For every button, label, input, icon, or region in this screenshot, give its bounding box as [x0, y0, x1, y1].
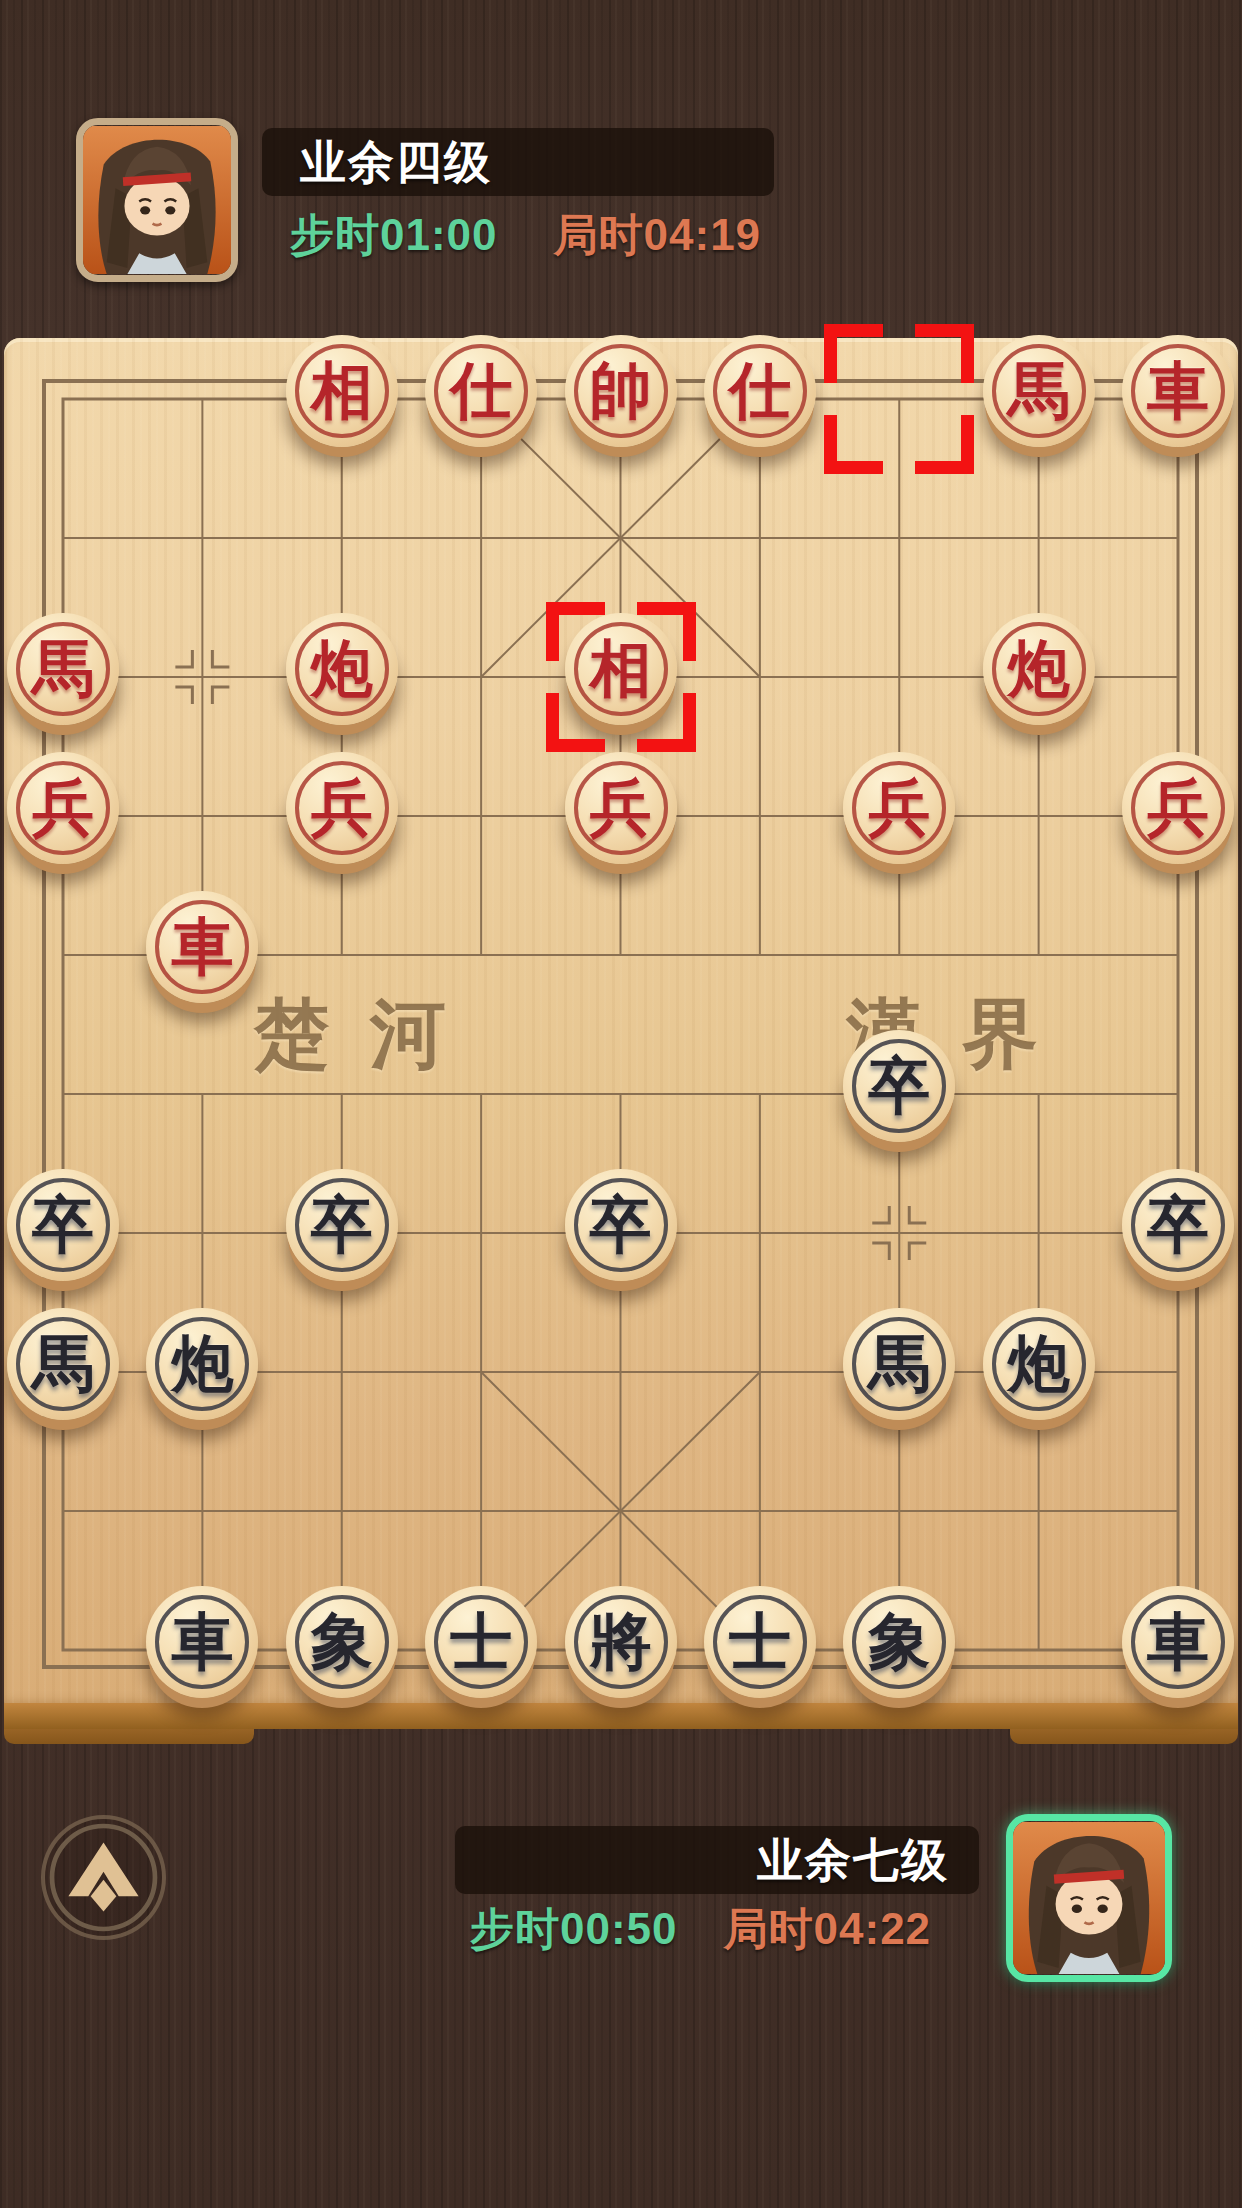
river-label-left: 楚河	[254, 984, 486, 1087]
piece-black-象[interactable]: 象	[843, 1586, 955, 1698]
opponent-move-time: 步时01:00	[290, 206, 498, 265]
piece-black-士[interactable]: 士	[425, 1586, 537, 1698]
piece-red-兵[interactable]: 兵	[565, 752, 677, 864]
piece-red-兵[interactable]: 兵	[1122, 752, 1234, 864]
piece-red-炮[interactable]: 炮	[286, 613, 398, 725]
piece-black-卒[interactable]: 卒	[1122, 1169, 1234, 1281]
avatar-girl-icon	[1013, 1821, 1165, 1975]
piece-red-車[interactable]: 車	[1122, 335, 1234, 447]
player-move-time: 步时00:50	[470, 1900, 678, 1959]
player-timers: 步时00:50 局时04:22	[470, 1900, 931, 1959]
piece-red-仕[interactable]: 仕	[425, 335, 537, 447]
opponent-timers: 步时01:00 局时04:19	[290, 206, 761, 265]
piece-black-車[interactable]: 車	[146, 1586, 258, 1698]
player-name: 业余七级	[455, 1826, 979, 1894]
opponent-avatar[interactable]	[76, 118, 238, 282]
piece-black-卒[interactable]: 卒	[7, 1169, 119, 1281]
piece-red-相[interactable]: 相	[286, 335, 398, 447]
piece-black-象[interactable]: 象	[286, 1586, 398, 1698]
piece-red-兵[interactable]: 兵	[843, 752, 955, 864]
piece-red-相[interactable]: 相	[565, 613, 677, 725]
piece-black-卒[interactable]: 卒	[565, 1169, 677, 1281]
piece-red-炮[interactable]: 炮	[983, 613, 1095, 725]
opponent-game-time: 局时04:19	[554, 206, 762, 265]
piece-black-炮[interactable]: 炮	[983, 1308, 1095, 1420]
piece-red-車[interactable]: 車	[146, 891, 258, 1003]
piece-black-馬[interactable]: 馬	[7, 1308, 119, 1420]
player-avatar[interactable]	[1006, 1814, 1172, 1982]
piece-red-馬[interactable]: 馬	[7, 613, 119, 725]
piece-black-卒[interactable]: 卒	[843, 1030, 955, 1142]
piece-black-卒[interactable]: 卒	[286, 1169, 398, 1281]
piece-red-仕[interactable]: 仕	[704, 335, 816, 447]
opponent-name: 业余四级	[262, 128, 774, 196]
piece-black-炮[interactable]: 炮	[146, 1308, 258, 1420]
menu-button[interactable]	[41, 1815, 166, 1940]
game-screen: 业余四级 步时01:00 局时04:19 楚河 漢界 相仕帥仕馬車馬炮相炮兵兵兵…	[0, 0, 1242, 2208]
piece-red-兵[interactable]: 兵	[7, 752, 119, 864]
piece-red-帥[interactable]: 帥	[565, 335, 677, 447]
piece-black-車[interactable]: 車	[1122, 1586, 1234, 1698]
player-game-time: 局时04:22	[724, 1900, 932, 1959]
board-base	[4, 1703, 1238, 1729]
piece-black-馬[interactable]: 馬	[843, 1308, 955, 1420]
avatar-girl-icon	[83, 125, 231, 275]
xiangqi-board[interactable]: 楚河 漢界 相仕帥仕馬車馬炮相炮兵兵兵兵兵車卒卒卒卒卒馬炮馬炮車象士將士象車	[4, 338, 1238, 1706]
piece-black-將[interactable]: 將	[565, 1586, 677, 1698]
piece-red-馬[interactable]: 馬	[983, 335, 1095, 447]
piece-red-兵[interactable]: 兵	[286, 752, 398, 864]
piece-black-士[interactable]: 士	[704, 1586, 816, 1698]
chevron-logo-icon	[45, 1819, 162, 1936]
